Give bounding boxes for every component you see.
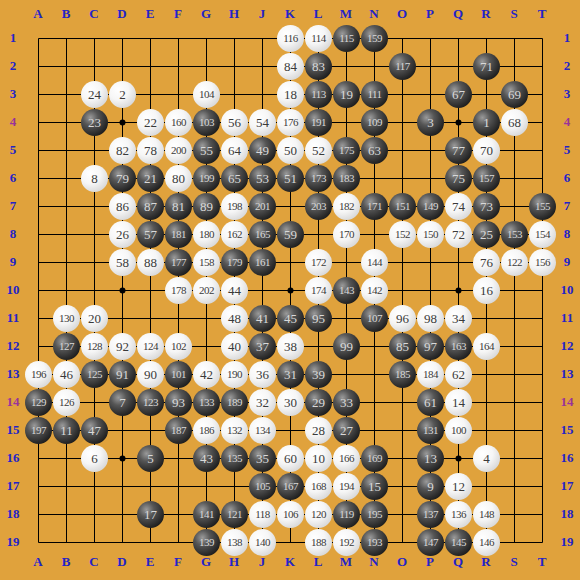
stone: 168 bbox=[305, 473, 332, 500]
col-label: L bbox=[306, 554, 330, 570]
col-label: G bbox=[194, 6, 218, 22]
col-label: R bbox=[474, 6, 498, 22]
stone: 133 bbox=[193, 389, 220, 416]
stone: 185 bbox=[389, 361, 416, 388]
col-label: E bbox=[138, 554, 162, 570]
stone: 17 bbox=[137, 501, 164, 528]
stone: 107 bbox=[361, 305, 388, 332]
col-label: O bbox=[390, 554, 414, 570]
stone: 171 bbox=[361, 193, 388, 220]
row-label: 5 bbox=[556, 142, 578, 158]
stone: 186 bbox=[193, 417, 220, 444]
stone: 128 bbox=[81, 333, 108, 360]
stone: 89 bbox=[193, 193, 220, 220]
row-label: 15 bbox=[556, 422, 578, 438]
stone: 132 bbox=[221, 417, 248, 444]
stone: 119 bbox=[333, 501, 360, 528]
row-label: 16 bbox=[2, 450, 24, 466]
stone: 6 bbox=[81, 445, 108, 472]
stone: 190 bbox=[221, 361, 248, 388]
row-label: 2 bbox=[556, 58, 578, 74]
row-label: 12 bbox=[556, 338, 578, 354]
stone: 113 bbox=[305, 81, 332, 108]
stone: 38 bbox=[277, 333, 304, 360]
stone: 192 bbox=[333, 529, 360, 556]
stone: 149 bbox=[417, 193, 444, 220]
stone: 83 bbox=[305, 53, 332, 80]
col-label: B bbox=[54, 554, 78, 570]
stone: 78 bbox=[137, 137, 164, 164]
stone: 153 bbox=[501, 221, 528, 248]
stone: 25 bbox=[473, 221, 500, 248]
stone: 194 bbox=[333, 473, 360, 500]
stone: 117 bbox=[389, 53, 416, 80]
col-label: G bbox=[194, 554, 218, 570]
stone: 196 bbox=[25, 361, 52, 388]
col-label: F bbox=[166, 554, 190, 570]
stone: 199 bbox=[193, 165, 220, 192]
stone: 62 bbox=[445, 361, 472, 388]
col-label: C bbox=[82, 6, 106, 22]
stone: 115 bbox=[333, 25, 360, 52]
stone: 92 bbox=[109, 333, 136, 360]
row-label: 2 bbox=[2, 58, 24, 74]
stone: 201 bbox=[249, 193, 276, 220]
stone: 137 bbox=[417, 501, 444, 528]
stone: 53 bbox=[249, 165, 276, 192]
stone: 202 bbox=[193, 277, 220, 304]
stone: 197 bbox=[25, 417, 52, 444]
stone: 23 bbox=[81, 109, 108, 136]
stone: 18 bbox=[277, 81, 304, 108]
stone: 64 bbox=[221, 137, 248, 164]
stone: 126 bbox=[53, 389, 80, 416]
col-label: A bbox=[26, 554, 50, 570]
stone: 97 bbox=[417, 333, 444, 360]
col-label: N bbox=[362, 554, 386, 570]
stone: 184 bbox=[417, 361, 444, 388]
row-label: 8 bbox=[556, 226, 578, 242]
stone: 164 bbox=[473, 333, 500, 360]
stone: 31 bbox=[277, 361, 304, 388]
stone: 47 bbox=[81, 417, 108, 444]
col-label: D bbox=[110, 6, 134, 22]
row-label: 10 bbox=[2, 282, 24, 298]
stone: 58 bbox=[109, 249, 136, 276]
stone: 28 bbox=[305, 417, 332, 444]
row-label: 19 bbox=[2, 534, 24, 550]
stone: 11 bbox=[53, 417, 80, 444]
col-label: Q bbox=[446, 6, 470, 22]
stone: 39 bbox=[305, 361, 332, 388]
row-label: 3 bbox=[556, 86, 578, 102]
row-label: 10 bbox=[556, 282, 578, 298]
stone: 76 bbox=[473, 249, 500, 276]
stone: 98 bbox=[417, 305, 444, 332]
stone: 172 bbox=[305, 249, 332, 276]
stone: 158 bbox=[193, 249, 220, 276]
stone: 100 bbox=[445, 417, 472, 444]
stone: 37 bbox=[249, 333, 276, 360]
row-label: 6 bbox=[2, 170, 24, 186]
stone: 165 bbox=[249, 221, 276, 248]
stone: 84 bbox=[277, 53, 304, 80]
stone: 41 bbox=[249, 305, 276, 332]
stone: 111 bbox=[361, 81, 388, 108]
star-point bbox=[456, 120, 462, 126]
stone: 20 bbox=[81, 305, 108, 332]
col-label: Q bbox=[446, 554, 470, 570]
stone: 48 bbox=[221, 305, 248, 332]
stone: 30 bbox=[277, 389, 304, 416]
row-label: 1 bbox=[2, 30, 24, 46]
star-point bbox=[120, 120, 126, 126]
stone: 69 bbox=[501, 81, 528, 108]
stone: 122 bbox=[501, 249, 528, 276]
col-label: A bbox=[26, 6, 50, 22]
stone: 80 bbox=[165, 165, 192, 192]
row-label: 6 bbox=[556, 170, 578, 186]
stone: 121 bbox=[221, 501, 248, 528]
stone: 8 bbox=[81, 165, 108, 192]
go-kifu-diagram: ABCDEFGHJKLMNOPQRST ABCDEFGHJKLMNOPQRST … bbox=[0, 0, 580, 580]
stone: 67 bbox=[445, 81, 472, 108]
stone: 88 bbox=[137, 249, 164, 276]
stone: 160 bbox=[165, 109, 192, 136]
row-label: 13 bbox=[556, 366, 578, 382]
stone: 118 bbox=[249, 501, 276, 528]
stone: 146 bbox=[473, 529, 500, 556]
stone: 148 bbox=[473, 501, 500, 528]
stone: 102 bbox=[165, 333, 192, 360]
stone: 95 bbox=[305, 305, 332, 332]
stone: 187 bbox=[165, 417, 192, 444]
row-label: 11 bbox=[2, 310, 24, 326]
row-label: 3 bbox=[2, 86, 24, 102]
row-label: 4 bbox=[556, 114, 578, 130]
stone: 77 bbox=[445, 137, 472, 164]
star-point bbox=[120, 288, 126, 294]
stone: 169 bbox=[361, 445, 388, 472]
stone: 152 bbox=[389, 221, 416, 248]
row-label: 1 bbox=[556, 30, 578, 46]
stone: 21 bbox=[137, 165, 164, 192]
stone: 44 bbox=[221, 277, 248, 304]
stone: 1 bbox=[473, 109, 500, 136]
stone: 178 bbox=[165, 277, 192, 304]
stone: 157 bbox=[473, 165, 500, 192]
stone: 123 bbox=[137, 389, 164, 416]
stone: 109 bbox=[361, 109, 388, 136]
stone: 19 bbox=[333, 81, 360, 108]
stone: 74 bbox=[445, 193, 472, 220]
stone: 79 bbox=[109, 165, 136, 192]
stone: 116 bbox=[277, 25, 304, 52]
stone: 195 bbox=[361, 501, 388, 528]
stone: 65 bbox=[221, 165, 248, 192]
stone: 7 bbox=[109, 389, 136, 416]
row-label: 18 bbox=[2, 506, 24, 522]
col-label: M bbox=[334, 6, 358, 22]
stone: 154 bbox=[529, 221, 556, 248]
stone: 162 bbox=[221, 221, 248, 248]
row-label: 13 bbox=[2, 366, 24, 382]
col-label: P bbox=[418, 554, 442, 570]
stone: 63 bbox=[361, 137, 388, 164]
stone: 177 bbox=[165, 249, 192, 276]
stone: 49 bbox=[249, 137, 276, 164]
stone: 50 bbox=[277, 137, 304, 164]
go-board[interactable]: 1161141151598483117712421041811319111676… bbox=[24, 24, 556, 556]
row-label: 7 bbox=[2, 198, 24, 214]
stone: 145 bbox=[445, 529, 472, 556]
stone: 51 bbox=[277, 165, 304, 192]
star-point bbox=[120, 456, 126, 462]
stone: 143 bbox=[333, 277, 360, 304]
star-point bbox=[288, 288, 294, 294]
stone: 60 bbox=[277, 445, 304, 472]
stone: 2 bbox=[109, 81, 136, 108]
stone: 87 bbox=[137, 193, 164, 220]
stone: 104 bbox=[193, 81, 220, 108]
stone: 188 bbox=[305, 529, 332, 556]
stone: 127 bbox=[53, 333, 80, 360]
stone: 56 bbox=[221, 109, 248, 136]
stone: 161 bbox=[249, 249, 276, 276]
stone: 85 bbox=[389, 333, 416, 360]
stone: 13 bbox=[417, 445, 444, 472]
stone: 99 bbox=[333, 333, 360, 360]
stone: 10 bbox=[305, 445, 332, 472]
stone: 166 bbox=[333, 445, 360, 472]
stone: 198 bbox=[221, 193, 248, 220]
stone: 54 bbox=[249, 109, 276, 136]
stone: 134 bbox=[249, 417, 276, 444]
stone: 103 bbox=[193, 109, 220, 136]
row-label: 7 bbox=[556, 198, 578, 214]
row-label: 16 bbox=[556, 450, 578, 466]
stone: 36 bbox=[249, 361, 276, 388]
stone: 26 bbox=[109, 221, 136, 248]
stone: 159 bbox=[361, 25, 388, 52]
stone: 189 bbox=[221, 389, 248, 416]
stone: 42 bbox=[193, 361, 220, 388]
stone: 163 bbox=[445, 333, 472, 360]
stone: 130 bbox=[53, 305, 80, 332]
row-label: 9 bbox=[2, 254, 24, 270]
row-label: 17 bbox=[2, 478, 24, 494]
stone: 55 bbox=[193, 137, 220, 164]
stone: 24 bbox=[81, 81, 108, 108]
stone: 180 bbox=[193, 221, 220, 248]
stone: 81 bbox=[165, 193, 192, 220]
stone: 52 bbox=[305, 137, 332, 164]
stone: 151 bbox=[389, 193, 416, 220]
stone: 4 bbox=[473, 445, 500, 472]
row-label: 9 bbox=[556, 254, 578, 270]
stone: 73 bbox=[473, 193, 500, 220]
col-label: L bbox=[306, 6, 330, 22]
stone: 135 bbox=[221, 445, 248, 472]
row-label: 19 bbox=[556, 534, 578, 550]
stone: 29 bbox=[305, 389, 332, 416]
stone: 43 bbox=[193, 445, 220, 472]
stone: 96 bbox=[389, 305, 416, 332]
stone: 173 bbox=[305, 165, 332, 192]
col-label: T bbox=[530, 554, 554, 570]
stone: 68 bbox=[501, 109, 528, 136]
stone: 174 bbox=[305, 277, 332, 304]
stone: 27 bbox=[333, 417, 360, 444]
stone: 15 bbox=[361, 473, 388, 500]
stone: 75 bbox=[445, 165, 472, 192]
stone: 5 bbox=[137, 445, 164, 472]
col-label: P bbox=[418, 6, 442, 22]
stone: 101 bbox=[165, 361, 192, 388]
stone: 139 bbox=[193, 529, 220, 556]
stone: 120 bbox=[305, 501, 332, 528]
col-label: O bbox=[390, 6, 414, 22]
col-label: J bbox=[250, 6, 274, 22]
stone: 90 bbox=[137, 361, 164, 388]
stone: 141 bbox=[193, 501, 220, 528]
stone: 32 bbox=[249, 389, 276, 416]
stone: 114 bbox=[305, 25, 332, 52]
stone: 183 bbox=[333, 165, 360, 192]
stone: 136 bbox=[445, 501, 472, 528]
stone: 140 bbox=[249, 529, 276, 556]
stone: 156 bbox=[529, 249, 556, 276]
stone: 9 bbox=[417, 473, 444, 500]
col-label: N bbox=[362, 6, 386, 22]
stone: 71 bbox=[473, 53, 500, 80]
stone: 72 bbox=[445, 221, 472, 248]
stone: 170 bbox=[333, 221, 360, 248]
col-label: F bbox=[166, 6, 190, 22]
stone: 106 bbox=[277, 501, 304, 528]
stone: 167 bbox=[277, 473, 304, 500]
stone: 70 bbox=[473, 137, 500, 164]
row-label: 4 bbox=[2, 114, 24, 130]
stone: 155 bbox=[529, 193, 556, 220]
stone: 82 bbox=[109, 137, 136, 164]
col-label: T bbox=[530, 6, 554, 22]
stone: 16 bbox=[473, 277, 500, 304]
col-label: E bbox=[138, 6, 162, 22]
row-label: 11 bbox=[556, 310, 578, 326]
row-label: 5 bbox=[2, 142, 24, 158]
stone: 40 bbox=[221, 333, 248, 360]
row-label: 14 bbox=[556, 394, 578, 410]
stone: 86 bbox=[109, 193, 136, 220]
stone: 93 bbox=[165, 389, 192, 416]
stone: 175 bbox=[333, 137, 360, 164]
stone: 14 bbox=[445, 389, 472, 416]
col-label: H bbox=[222, 554, 246, 570]
stone: 147 bbox=[417, 529, 444, 556]
stone: 142 bbox=[361, 277, 388, 304]
stone: 138 bbox=[221, 529, 248, 556]
col-label: C bbox=[82, 554, 106, 570]
stone: 59 bbox=[277, 221, 304, 248]
row-label: 17 bbox=[556, 478, 578, 494]
stone: 176 bbox=[277, 109, 304, 136]
col-label: S bbox=[502, 554, 526, 570]
row-label: 12 bbox=[2, 338, 24, 354]
stone: 57 bbox=[137, 221, 164, 248]
stone: 105 bbox=[249, 473, 276, 500]
row-label: 14 bbox=[2, 394, 24, 410]
stone: 12 bbox=[445, 473, 472, 500]
stone: 150 bbox=[417, 221, 444, 248]
row-label: 15 bbox=[2, 422, 24, 438]
col-label: D bbox=[110, 554, 134, 570]
col-label: H bbox=[222, 6, 246, 22]
stone: 61 bbox=[417, 389, 444, 416]
col-label: R bbox=[474, 554, 498, 570]
stone: 91 bbox=[109, 361, 136, 388]
stone: 3 bbox=[417, 109, 444, 136]
stone: 46 bbox=[53, 361, 80, 388]
col-label: K bbox=[278, 554, 302, 570]
stone: 33 bbox=[333, 389, 360, 416]
star-point bbox=[456, 288, 462, 294]
stone: 34 bbox=[445, 305, 472, 332]
row-label: 8 bbox=[2, 226, 24, 242]
row-label: 18 bbox=[556, 506, 578, 522]
stone: 125 bbox=[81, 361, 108, 388]
stone: 203 bbox=[305, 193, 332, 220]
col-label: B bbox=[54, 6, 78, 22]
stone: 131 bbox=[417, 417, 444, 444]
col-label: K bbox=[278, 6, 302, 22]
stone: 22 bbox=[137, 109, 164, 136]
stone: 181 bbox=[165, 221, 192, 248]
stone: 179 bbox=[221, 249, 248, 276]
stone: 191 bbox=[305, 109, 332, 136]
col-label: S bbox=[502, 6, 526, 22]
stone: 124 bbox=[137, 333, 164, 360]
stone: 182 bbox=[333, 193, 360, 220]
col-label: M bbox=[334, 554, 358, 570]
stone: 45 bbox=[277, 305, 304, 332]
stone: 144 bbox=[361, 249, 388, 276]
star-point bbox=[456, 456, 462, 462]
col-label: J bbox=[250, 554, 274, 570]
stone: 200 bbox=[165, 137, 192, 164]
stone: 35 bbox=[249, 445, 276, 472]
stone: 193 bbox=[361, 529, 388, 556]
stone: 129 bbox=[25, 389, 52, 416]
